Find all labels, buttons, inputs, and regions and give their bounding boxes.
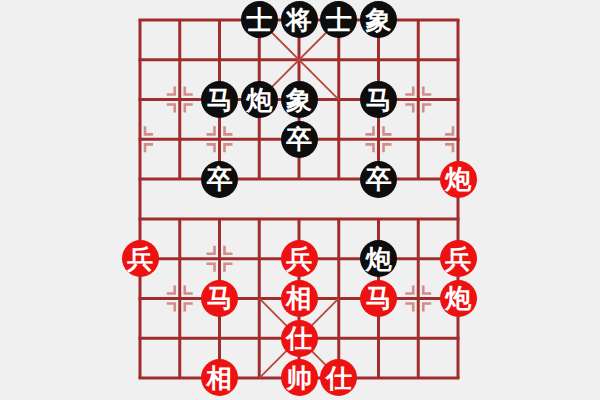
point-4-4[interactable] (279, 159, 319, 199)
point-8-8[interactable] (438, 318, 478, 358)
point-8-2[interactable] (438, 80, 478, 120)
point-2-2[interactable]: 马 (200, 80, 240, 120)
point-2-8[interactable] (200, 318, 240, 358)
piece-red-advisor[interactable]: 仕 (320, 359, 357, 396)
piece-black-horse[interactable]: 马 (360, 81, 397, 118)
point-2-5[interactable] (200, 199, 240, 239)
piece-black-soldier[interactable]: 卒 (281, 121, 318, 158)
point-7-6[interactable] (398, 239, 438, 279)
board-grid: 士将士象马炮象马卒卒卒炮兵兵炮兵马相马炮仕相帅仕 (120, 0, 478, 398)
point-4-1[interactable] (279, 40, 319, 80)
piece-red-elephant[interactable]: 相 (281, 280, 318, 317)
piece-black-elephant[interactable]: 象 (281, 81, 318, 118)
point-4-8[interactable]: 仕 (279, 318, 319, 358)
point-2-9[interactable]: 相 (200, 358, 240, 398)
point-8-4[interactable]: 炮 (438, 159, 478, 199)
point-3-2[interactable]: 炮 (239, 80, 279, 120)
point-3-6[interactable] (239, 239, 279, 279)
point-5-8[interactable] (319, 318, 359, 358)
point-6-7[interactable]: 马 (359, 278, 399, 318)
point-7-7[interactable] (398, 278, 438, 318)
point-4-6[interactable]: 兵 (279, 239, 319, 279)
point-7-9[interactable] (398, 358, 438, 398)
point-8-3[interactable] (438, 119, 478, 159)
piece-red-general[interactable]: 帅 (281, 359, 318, 396)
point-3-3[interactable] (239, 119, 279, 159)
point-6-2[interactable]: 马 (359, 80, 399, 120)
point-1-5[interactable] (160, 199, 200, 239)
point-1-1[interactable] (160, 40, 200, 80)
point-3-4[interactable] (239, 159, 279, 199)
point-5-7[interactable] (319, 278, 359, 318)
point-7-0[interactable] (398, 0, 438, 40)
point-6-8[interactable] (359, 318, 399, 358)
point-7-2[interactable] (398, 80, 438, 120)
point-5-6[interactable] (319, 239, 359, 279)
point-1-2[interactable] (160, 80, 200, 120)
point-0-9[interactable] (120, 358, 160, 398)
point-7-3[interactable] (398, 119, 438, 159)
point-0-3[interactable] (120, 119, 160, 159)
point-5-2[interactable] (319, 80, 359, 120)
point-4-2[interactable]: 象 (279, 80, 319, 120)
point-5-5[interactable] (319, 199, 359, 239)
point-2-3[interactable] (200, 119, 240, 159)
piece-black-cannon[interactable]: 炮 (360, 240, 397, 277)
point-0-1[interactable] (120, 40, 160, 80)
piece-black-horse[interactable]: 马 (201, 81, 238, 118)
point-3-7[interactable] (239, 278, 279, 318)
point-8-6[interactable]: 兵 (438, 239, 478, 279)
point-7-4[interactable] (398, 159, 438, 199)
xiangqi-board: 士将士象马炮象马卒卒卒炮兵兵炮兵马相马炮仕相帅仕 (0, 0, 600, 400)
piece-red-horse[interactable]: 马 (201, 280, 238, 317)
point-1-4[interactable] (160, 159, 200, 199)
point-6-0[interactable]: 象 (359, 0, 399, 40)
piece-red-soldier[interactable]: 兵 (440, 240, 477, 277)
point-5-9[interactable]: 仕 (319, 358, 359, 398)
point-7-1[interactable] (398, 40, 438, 80)
piece-red-soldier[interactable]: 兵 (281, 240, 318, 277)
piece-red-cannon[interactable]: 炮 (440, 161, 477, 198)
point-6-6[interactable]: 炮 (359, 239, 399, 279)
piece-black-soldier[interactable]: 卒 (201, 161, 238, 198)
point-0-5[interactable] (120, 199, 160, 239)
point-2-4[interactable]: 卒 (200, 159, 240, 199)
point-7-5[interactable] (398, 199, 438, 239)
piece-black-general[interactable]: 将 (281, 1, 318, 38)
piece-black-elephant[interactable]: 象 (360, 1, 397, 38)
point-0-4[interactable] (120, 159, 160, 199)
point-7-8[interactable] (398, 318, 438, 358)
point-3-5[interactable] (239, 199, 279, 239)
point-6-5[interactable] (359, 199, 399, 239)
piece-red-advisor[interactable]: 仕 (281, 320, 318, 357)
point-0-6[interactable]: 兵 (120, 239, 160, 279)
point-5-3[interactable] (319, 119, 359, 159)
point-3-1[interactable] (239, 40, 279, 80)
piece-black-advisor[interactable]: 士 (320, 1, 357, 38)
point-0-2[interactable] (120, 80, 160, 120)
point-8-9[interactable] (438, 358, 478, 398)
point-2-0[interactable] (200, 0, 240, 40)
piece-black-soldier[interactable]: 卒 (360, 161, 397, 198)
point-3-8[interactable] (239, 318, 279, 358)
point-3-9[interactable] (239, 358, 279, 398)
point-5-0[interactable]: 士 (319, 0, 359, 40)
point-5-4[interactable] (319, 159, 359, 199)
point-4-9[interactable]: 帅 (279, 358, 319, 398)
point-8-5[interactable] (438, 199, 478, 239)
point-8-0[interactable] (438, 0, 478, 40)
piece-red-cannon[interactable]: 炮 (440, 280, 477, 317)
point-1-8[interactable] (160, 318, 200, 358)
point-1-9[interactable] (160, 358, 200, 398)
piece-red-soldier[interactable]: 兵 (122, 240, 159, 277)
point-5-1[interactable] (319, 40, 359, 80)
point-0-7[interactable] (120, 278, 160, 318)
point-4-3[interactable]: 卒 (279, 119, 319, 159)
piece-black-cannon[interactable]: 炮 (241, 81, 278, 118)
point-8-1[interactable] (438, 40, 478, 80)
point-2-6[interactable] (200, 239, 240, 279)
point-0-0[interactable] (120, 0, 160, 40)
point-2-7[interactable]: 马 (200, 278, 240, 318)
point-6-3[interactable] (359, 119, 399, 159)
point-6-4[interactable]: 卒 (359, 159, 399, 199)
point-4-5[interactable] (279, 199, 319, 239)
point-0-8[interactable] (120, 318, 160, 358)
point-1-7[interactable] (160, 278, 200, 318)
point-1-0[interactable] (160, 0, 200, 40)
point-1-3[interactable] (160, 119, 200, 159)
point-6-9[interactable] (359, 358, 399, 398)
piece-red-horse[interactable]: 马 (360, 280, 397, 317)
point-6-1[interactable] (359, 40, 399, 80)
point-1-6[interactable] (160, 239, 200, 279)
point-8-7[interactable]: 炮 (438, 278, 478, 318)
piece-red-elephant[interactable]: 相 (201, 359, 238, 396)
point-3-0[interactable]: 士 (239, 0, 279, 40)
piece-black-advisor[interactable]: 士 (241, 1, 278, 38)
point-4-7[interactable]: 相 (279, 278, 319, 318)
point-2-1[interactable] (200, 40, 240, 80)
point-4-0[interactable]: 将 (279, 0, 319, 40)
